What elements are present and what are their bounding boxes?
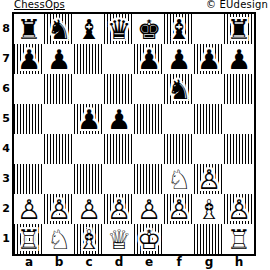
file-label-e: e: [134, 255, 164, 270]
white-queen-icon[interactable]: ♕: [104, 224, 134, 254]
square-b4[interactable]: [44, 134, 74, 164]
black-pawn-icon[interactable]: ♟: [164, 44, 194, 74]
square-b7[interactable]: ♟: [44, 44, 74, 74]
square-e8[interactable]: ♚: [134, 14, 164, 44]
white-pawn-icon[interactable]: ♙: [134, 194, 164, 224]
black-pawn-icon[interactable]: ♟: [14, 44, 44, 74]
square-f5[interactable]: [164, 104, 194, 134]
rank-label-4: 4: [0, 134, 12, 164]
square-h2[interactable]: ♙: [224, 194, 254, 224]
square-b3[interactable]: [44, 164, 74, 194]
file-label-d: d: [104, 255, 134, 270]
white-pawn-icon[interactable]: ♙: [44, 194, 74, 224]
black-pawn-icon[interactable]: ♟: [194, 44, 224, 74]
square-h3[interactable]: [224, 164, 254, 194]
square-g6[interactable]: [194, 74, 224, 104]
white-king-icon[interactable]: ♔: [134, 224, 164, 254]
square-e5[interactable]: [134, 104, 164, 134]
file-label-f: f: [164, 255, 194, 270]
white-pawn-icon[interactable]: ♙: [104, 194, 134, 224]
square-c7[interactable]: [74, 44, 104, 74]
square-d2[interactable]: ♙: [104, 194, 134, 224]
square-c2[interactable]: ♙: [74, 194, 104, 224]
square-g2[interactable]: ♗: [194, 194, 224, 224]
rank-label-2: 2: [0, 194, 12, 224]
header: ChessOps © EUdesign: [0, 0, 270, 12]
black-bishop-icon[interactable]: ♝: [164, 14, 194, 44]
square-b5[interactable]: [44, 104, 74, 134]
black-king-icon[interactable]: ♚: [134, 14, 164, 44]
square-c1[interactable]: ♗: [74, 224, 104, 254]
square-c5[interactable]: ♟: [74, 104, 104, 134]
black-pawn-icon[interactable]: ♟: [44, 44, 74, 74]
white-bishop-icon[interactable]: ♗: [74, 224, 104, 254]
chessops-chess-diagram: ChessOps © EUdesign 87654321 ♜♞♝♛♚♝♜♟♟♟♟…: [0, 0, 270, 270]
copyright-text: © EUdesign: [206, 0, 268, 11]
file-labels: abcdefgh: [14, 255, 254, 270]
white-pawn-icon[interactable]: ♙: [224, 194, 254, 224]
white-bishop-icon[interactable]: ♗: [194, 194, 224, 224]
square-g1[interactable]: [194, 224, 224, 254]
white-pawn-icon[interactable]: ♙: [74, 194, 104, 224]
square-c3[interactable]: [74, 164, 104, 194]
rank-label-1: 1: [0, 224, 12, 254]
square-g4[interactable]: [194, 134, 224, 164]
black-rook-icon[interactable]: ♜: [224, 14, 254, 44]
square-b6[interactable]: [44, 74, 74, 104]
white-pawn-icon[interactable]: ♙: [14, 194, 44, 224]
square-a7[interactable]: ♟: [14, 44, 44, 74]
black-knight-icon[interactable]: ♞: [44, 14, 74, 44]
square-f3[interactable]: ♘: [164, 164, 194, 194]
square-c6[interactable]: [74, 74, 104, 104]
file-label-g: g: [194, 255, 224, 270]
square-d5[interactable]: ♟: [104, 104, 134, 134]
square-d8[interactable]: ♛: [104, 14, 134, 44]
square-h6[interactable]: [224, 74, 254, 104]
square-d3[interactable]: [104, 164, 134, 194]
square-c4[interactable]: [74, 134, 104, 164]
black-pawn-icon[interactable]: ♟: [134, 44, 164, 74]
file-label-h: h: [224, 255, 254, 270]
black-rook-icon[interactable]: ♜: [14, 14, 44, 44]
square-e4[interactable]: [134, 134, 164, 164]
black-pawn-icon[interactable]: ♟: [74, 104, 104, 134]
square-a6[interactable]: [14, 74, 44, 104]
rank-labels: 87654321: [0, 14, 12, 254]
square-a2[interactable]: ♙: [14, 194, 44, 224]
square-g8[interactable]: [194, 14, 224, 44]
square-e6[interactable]: [134, 74, 164, 104]
square-b8[interactable]: ♞: [44, 14, 74, 44]
white-pawn-icon[interactable]: ♙: [164, 194, 194, 224]
square-g7[interactable]: ♟: [194, 44, 224, 74]
square-f4[interactable]: [164, 134, 194, 164]
square-a3[interactable]: [14, 164, 44, 194]
square-b2[interactable]: ♙: [44, 194, 74, 224]
square-d1[interactable]: ♕: [104, 224, 134, 254]
square-a8[interactable]: ♜: [14, 14, 44, 44]
chess-board: ♜♞♝♛♚♝♜♟♟♟♟♟♟♞♟♟♘♙♙♙♙♙♙♙♗♙♖♘♗♕♔♖: [12, 12, 256, 256]
rank-label-6: 6: [0, 74, 12, 104]
square-f1[interactable]: [164, 224, 194, 254]
square-g5[interactable]: [194, 104, 224, 134]
square-e7[interactable]: ♟: [134, 44, 164, 74]
white-pawn-icon[interactable]: ♙: [194, 164, 224, 194]
app-title-link[interactable]: ChessOps: [14, 0, 65, 11]
white-rook-icon[interactable]: ♖: [224, 224, 254, 254]
square-a5[interactable]: [14, 104, 44, 134]
square-d4[interactable]: [104, 134, 134, 164]
square-f8[interactable]: ♝: [164, 14, 194, 44]
square-g3[interactable]: ♙: [194, 164, 224, 194]
rank-label-8: 8: [0, 14, 12, 44]
square-h7[interactable]: ♟: [224, 44, 254, 74]
black-queen-icon[interactable]: ♛: [104, 14, 134, 44]
square-h4[interactable]: [224, 134, 254, 164]
white-knight-icon[interactable]: ♘: [164, 164, 194, 194]
rank-label-5: 5: [0, 104, 12, 134]
square-e3[interactable]: [134, 164, 164, 194]
rank-label-7: 7: [0, 44, 12, 74]
square-d6[interactable]: [104, 74, 134, 104]
black-pawn-icon[interactable]: ♟: [104, 104, 134, 134]
square-a4[interactable]: [14, 134, 44, 164]
file-label-c: c: [74, 255, 104, 270]
square-d7[interactable]: [104, 44, 134, 74]
rank-label-3: 3: [0, 164, 12, 194]
square-a1[interactable]: ♖: [14, 224, 44, 254]
square-f2[interactable]: ♙: [164, 194, 194, 224]
file-label-a: a: [14, 255, 44, 270]
black-pawn-icon[interactable]: ♟: [224, 44, 254, 74]
square-e2[interactable]: ♙: [134, 194, 164, 224]
square-e1[interactable]: ♔: [134, 224, 164, 254]
white-rook-icon[interactable]: ♖: [14, 224, 44, 254]
square-c8[interactable]: ♝: [74, 14, 104, 44]
black-knight-icon[interactable]: ♞: [164, 74, 194, 104]
white-knight-icon[interactable]: ♘: [44, 224, 74, 254]
square-f7[interactable]: ♟: [164, 44, 194, 74]
square-h8[interactable]: ♜: [224, 14, 254, 44]
file-label-b: b: [44, 255, 74, 270]
square-b1[interactable]: ♘: [44, 224, 74, 254]
square-h1[interactable]: ♖: [224, 224, 254, 254]
black-bishop-icon[interactable]: ♝: [74, 14, 104, 44]
square-h5[interactable]: [224, 104, 254, 134]
square-f6[interactable]: ♞: [164, 74, 194, 104]
